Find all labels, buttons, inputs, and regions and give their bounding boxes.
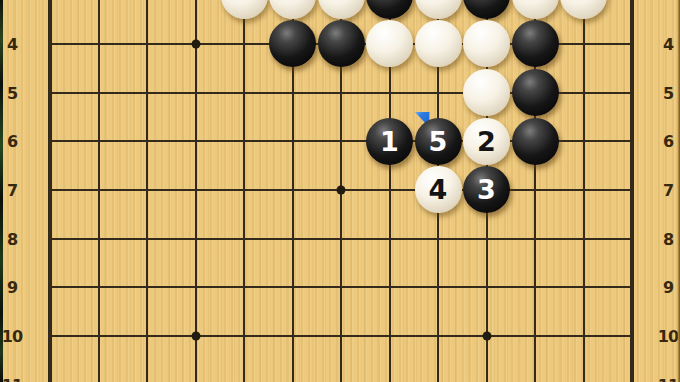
stone-white[interactable] (415, 20, 462, 67)
stone-black[interactable] (463, 0, 510, 19)
stone-white[interactable] (415, 0, 462, 19)
stone-black-move-1[interactable]: 1 (366, 118, 413, 165)
goban-stones-layer[interactable]: 15243 (26, 0, 657, 382)
row-label-right-5: 5 (663, 83, 673, 102)
go-board-screen: 44556677889910101111 15243 (0, 0, 680, 382)
stone-black[interactable] (318, 20, 365, 67)
row-label-right-11: 11 (658, 375, 678, 382)
stone-black-move-3[interactable]: 3 (463, 166, 510, 213)
row-label-left-8: 8 (7, 229, 17, 248)
row-label-right-4: 4 (663, 35, 673, 54)
row-label-right-10: 10 (658, 327, 678, 346)
stone-black[interactable] (366, 0, 413, 19)
row-label-left-9: 9 (7, 278, 17, 297)
stone-white[interactable] (463, 69, 510, 116)
stone-white-move-4[interactable]: 4 (415, 166, 462, 213)
row-label-left-5: 5 (7, 83, 17, 102)
board-left-edge (0, 0, 3, 382)
row-label-left-10: 10 (2, 327, 22, 346)
stone-white[interactable] (269, 0, 316, 19)
row-label-right-9: 9 (663, 278, 673, 297)
row-label-left-7: 7 (7, 181, 17, 200)
row-label-right-6: 6 (663, 132, 673, 151)
stone-white[interactable] (221, 0, 268, 19)
stone-white[interactable] (560, 0, 607, 19)
stone-white-move-2[interactable]: 2 (463, 118, 510, 165)
stone-white[interactable] (366, 20, 413, 67)
row-label-left-4: 4 (7, 35, 17, 54)
row-label-right-7: 7 (663, 181, 673, 200)
row-label-left-11: 11 (2, 375, 22, 382)
row-label-right-8: 8 (663, 229, 673, 248)
stone-white[interactable] (318, 0, 365, 19)
stone-black[interactable] (269, 20, 316, 67)
stone-black[interactable] (512, 69, 559, 116)
stone-black-move-5[interactable]: 5 (415, 118, 462, 165)
stone-white[interactable] (512, 0, 559, 19)
stone-black[interactable] (512, 118, 559, 165)
stone-black[interactable] (512, 20, 559, 67)
stone-white[interactable] (463, 20, 510, 67)
row-label-left-6: 6 (7, 132, 17, 151)
